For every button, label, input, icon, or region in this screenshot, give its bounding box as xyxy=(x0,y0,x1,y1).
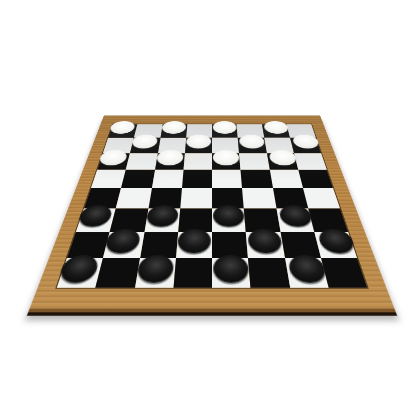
square-r4c6[interactable] xyxy=(241,170,273,188)
square-r8c3[interactable] xyxy=(134,258,175,288)
square-r7c8[interactable] xyxy=(314,232,357,258)
black-piece[interactable] xyxy=(177,229,211,253)
square-r3c5[interactable] xyxy=(212,153,241,170)
white-piece[interactable] xyxy=(98,150,129,165)
black-piece[interactable] xyxy=(287,255,328,282)
square-r1c1[interactable] xyxy=(108,124,137,138)
square-r7c5[interactable] xyxy=(212,232,248,258)
black-piece[interactable] xyxy=(248,229,284,253)
white-piece[interactable] xyxy=(263,121,289,134)
square-r4c3[interactable] xyxy=(152,170,184,188)
square-r5c4[interactable] xyxy=(180,188,212,209)
square-r7c3[interactable] xyxy=(140,232,178,258)
black-piece[interactable] xyxy=(145,206,178,227)
white-piece[interactable] xyxy=(213,150,240,165)
square-r6c3[interactable] xyxy=(144,209,180,232)
square-r6c7[interactable] xyxy=(276,209,314,232)
square-r2c6[interactable] xyxy=(238,138,267,153)
white-piece[interactable] xyxy=(161,121,186,134)
square-r1c3[interactable] xyxy=(160,124,187,138)
square-r8c4[interactable] xyxy=(173,258,212,288)
white-piece[interactable] xyxy=(239,135,265,149)
white-piece[interactable] xyxy=(109,121,136,134)
square-r1c7[interactable] xyxy=(262,124,290,138)
white-piece[interactable] xyxy=(213,121,237,134)
black-piece[interactable] xyxy=(135,255,173,282)
square-r8c2[interactable] xyxy=(96,258,140,288)
black-piece[interactable] xyxy=(213,255,249,282)
square-r4c2[interactable] xyxy=(121,170,154,188)
square-r3c2[interactable] xyxy=(126,153,158,170)
black-piece[interactable] xyxy=(213,206,245,227)
square-r4c8[interactable] xyxy=(298,170,333,188)
square-r4c4[interactable] xyxy=(182,170,212,188)
square-r3c8[interactable] xyxy=(294,153,327,170)
playing-area xyxy=(55,124,369,289)
white-piece[interactable] xyxy=(292,135,321,149)
square-r1c5[interactable] xyxy=(212,124,238,138)
square-r6c1[interactable] xyxy=(76,209,116,232)
checkers-board-frame xyxy=(30,115,395,308)
square-r4c7[interactable] xyxy=(269,170,302,188)
square-r3c6[interactable] xyxy=(239,153,269,170)
black-piece[interactable] xyxy=(57,255,100,282)
square-r7c2[interactable] xyxy=(103,232,144,258)
square-r4c1[interactable] xyxy=(91,170,126,188)
square-r2c8[interactable] xyxy=(290,138,321,153)
black-piece[interactable] xyxy=(77,206,114,227)
square-r8c8[interactable] xyxy=(321,258,367,288)
square-r8c5[interactable] xyxy=(212,258,251,288)
square-r5c2[interactable] xyxy=(116,188,152,209)
square-r3c4[interactable] xyxy=(183,153,212,170)
square-r5c8[interactable] xyxy=(303,188,340,209)
black-piece[interactable] xyxy=(316,229,356,253)
white-piece[interactable] xyxy=(131,135,159,149)
square-r3c3[interactable] xyxy=(155,153,185,170)
square-r8c6[interactable] xyxy=(248,258,289,288)
square-r4c5[interactable] xyxy=(212,170,242,188)
square-r3c1[interactable] xyxy=(97,153,130,170)
square-r7c7[interactable] xyxy=(280,232,321,258)
square-r8c1[interactable] xyxy=(57,258,103,288)
white-piece[interactable] xyxy=(156,150,184,165)
black-piece[interactable] xyxy=(104,229,142,253)
white-piece[interactable] xyxy=(186,135,211,149)
square-r2c2[interactable] xyxy=(130,138,160,153)
square-r3c7[interactable] xyxy=(267,153,299,170)
square-r6c5[interactable] xyxy=(212,209,246,232)
square-r7c4[interactable] xyxy=(176,232,212,258)
square-r2c4[interactable] xyxy=(185,138,212,153)
product-photo-scene xyxy=(0,0,420,420)
square-r5c6[interactable] xyxy=(242,188,276,209)
square-r7c6[interactable] xyxy=(246,232,284,258)
